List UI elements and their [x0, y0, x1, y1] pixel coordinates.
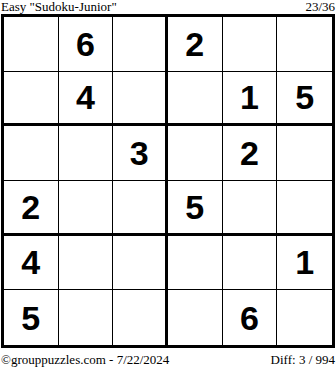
cell-r2c1[interactable] [4, 72, 59, 127]
cell-r2c5[interactable]: 1 [223, 72, 278, 127]
header: Easy "Sudoku-Junior" 23/36 [0, 0, 336, 14]
cell-r1c1[interactable] [4, 17, 59, 72]
cell-r4c1[interactable]: 2 [4, 181, 59, 236]
cell-r6c4[interactable] [168, 290, 223, 345]
puzzle-title: Easy "Sudoku-Junior" [1, 0, 117, 14]
cell-r1c5[interactable] [223, 17, 278, 72]
cell-r3c5[interactable]: 2 [223, 126, 278, 181]
cell-r5c2[interactable] [59, 236, 114, 291]
cell-r2c4[interactable] [168, 72, 223, 127]
cell-r5c1[interactable]: 4 [4, 236, 59, 291]
cell-r3c3[interactable]: 3 [113, 126, 168, 181]
cell-r2c6[interactable]: 5 [277, 72, 332, 127]
cell-r3c4[interactable] [168, 126, 223, 181]
difficulty-label: Diff: 3 / 994 [271, 353, 335, 367]
cell-r3c1[interactable] [4, 126, 59, 181]
cell-r2c3[interactable] [113, 72, 168, 127]
cell-r4c2[interactable] [59, 181, 114, 236]
cell-counter: 23/36 [305, 0, 335, 14]
cell-r4c4[interactable]: 5 [168, 181, 223, 236]
copyright-text: ©grouppuzzles.com - 7/22/2024 [1, 353, 169, 367]
cell-r1c3[interactable] [113, 17, 168, 72]
cell-r1c2[interactable]: 6 [59, 17, 114, 72]
cell-r3c2[interactable] [59, 126, 114, 181]
cell-r5c3[interactable] [113, 236, 168, 291]
cell-r3c6[interactable] [277, 126, 332, 181]
cell-r4c5[interactable] [223, 181, 278, 236]
puzzle-page: Easy "Sudoku-Junior" 23/36 6241532254156… [0, 0, 336, 370]
sudoku-board: 6241532254156 [1, 14, 335, 348]
cell-r6c3[interactable] [113, 290, 168, 345]
cell-r5c4[interactable] [168, 236, 223, 291]
cell-r4c3[interactable] [113, 181, 168, 236]
cell-r6c2[interactable] [59, 290, 114, 345]
cell-r5c5[interactable] [223, 236, 278, 291]
cell-r1c4[interactable]: 2 [168, 17, 223, 72]
footer: ©grouppuzzles.com - 7/22/2024 Diff: 3 / … [0, 348, 336, 367]
cell-r1c6[interactable] [277, 17, 332, 72]
cell-r6c5[interactable]: 6 [223, 290, 278, 345]
cell-r6c6[interactable] [277, 290, 332, 345]
cell-r5c6[interactable]: 1 [277, 236, 332, 291]
cell-r6c1[interactable]: 5 [4, 290, 59, 345]
cell-r2c2[interactable]: 4 [59, 72, 114, 127]
cell-r4c6[interactable] [277, 181, 332, 236]
